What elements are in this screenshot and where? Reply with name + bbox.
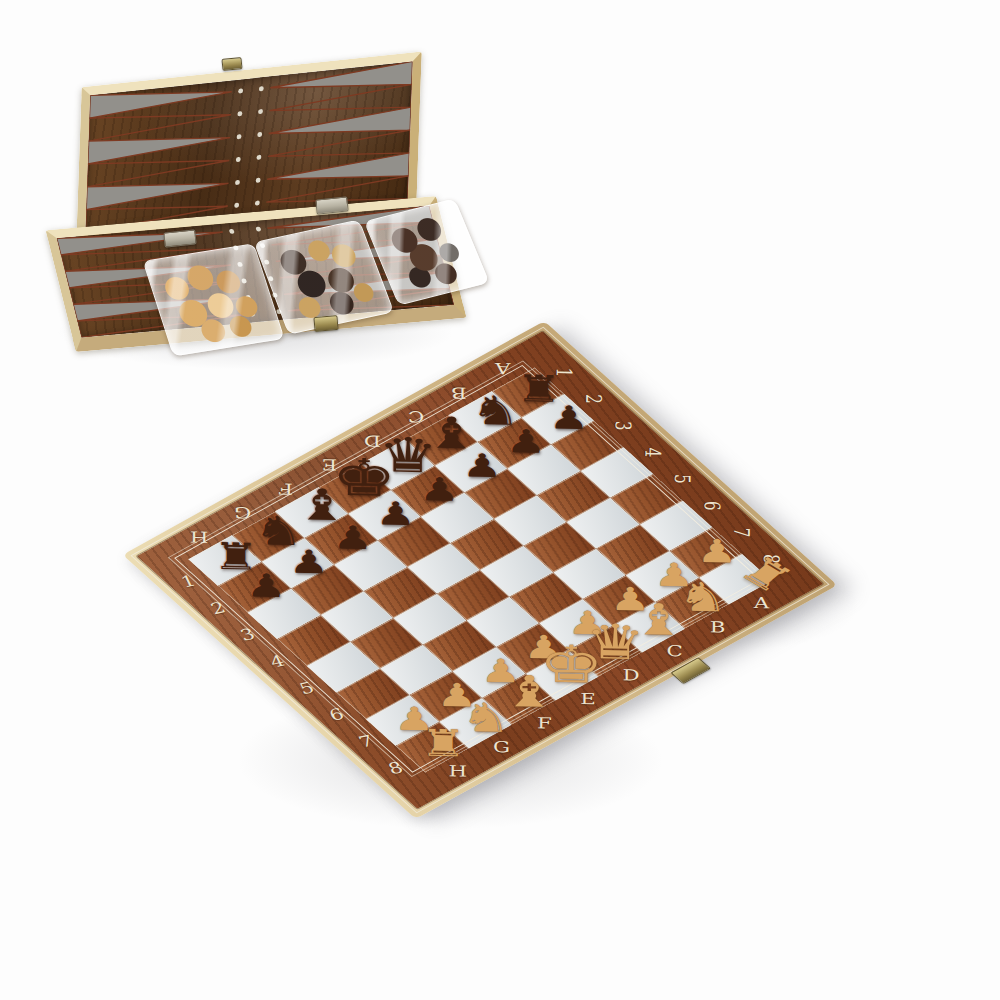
backgammon-point	[268, 107, 411, 145]
lid-latch	[221, 57, 242, 71]
light-knight-b8: ♞	[677, 577, 728, 618]
board-face: HGFEDCBA1♜♞♝♚♛♝♞♜12♟♟♟♟♟♟♟♟2334455667♟♟♟…	[137, 331, 824, 809]
rank-label-right-4: 4	[630, 438, 677, 466]
rank-label-right-3: 3	[600, 412, 647, 440]
dark-pawn-f2: ♟	[332, 521, 372, 554]
light-rook-h8: ♜	[420, 724, 466, 762]
dark-pawn-g2: ♟	[289, 545, 329, 578]
light-pawn-a7: ♟	[697, 534, 737, 567]
backgammon-point	[270, 61, 413, 99]
dark-pawn-b2: ♟	[506, 425, 546, 458]
backgammon-point	[88, 126, 231, 164]
board-pine-rim: HGFEDCBA1♜♞♝♚♛♝♞♜12♟♟♟♟♟♟♟♟2334455667♟♟♟…	[122, 321, 837, 819]
dark-pawn-h2: ♟	[246, 569, 286, 602]
backgammon-point	[86, 172, 229, 210]
chessboard: HGFEDCBA1♜♞♝♚♛♝♞♜12♟♟♟♟♟♟♟♟2334455667♟♟♟…	[122, 321, 837, 819]
rank-label-right-6: 6	[689, 492, 736, 520]
dark-pawn-d2: ♟	[419, 473, 459, 506]
dark-pawn-a2: ♟	[549, 401, 589, 434]
backgammon-point	[89, 80, 232, 118]
open-game-box	[0, 0, 500, 380]
rank-label-right-5: 5	[659, 465, 706, 493]
dark-pawn-e2: ♟	[376, 497, 416, 530]
backgammon-point	[267, 153, 410, 191]
front-latch	[313, 315, 338, 332]
dark-pawn-c2: ♟	[462, 449, 502, 482]
